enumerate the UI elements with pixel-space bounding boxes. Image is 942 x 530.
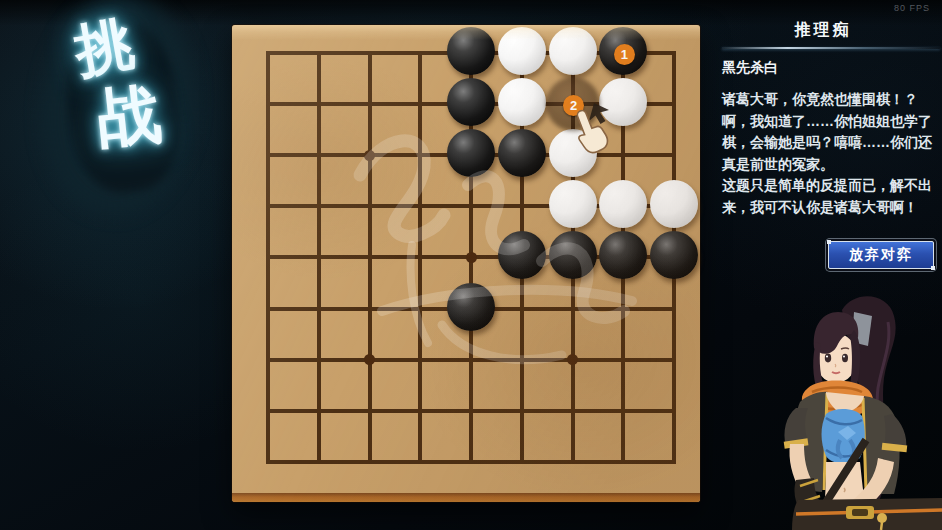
companion-character-portrait bbox=[742, 292, 942, 530]
cursor-arrow bbox=[589, 103, 609, 124]
board-grid: 12 bbox=[232, 25, 700, 502]
go-board[interactable]: 12 bbox=[232, 25, 700, 502]
black-stone bbox=[498, 231, 546, 279]
dialogue-line: 来，我可不认你是诸葛大哥啊！ bbox=[722, 197, 940, 219]
black-stone bbox=[549, 231, 597, 279]
black-stone bbox=[447, 27, 495, 75]
move-number-badge: 1 bbox=[614, 44, 635, 65]
grid-line-h bbox=[266, 460, 676, 464]
black-stone bbox=[447, 283, 495, 331]
give-up-game-button[interactable]: 放弃对弈 bbox=[828, 241, 934, 269]
white-stone bbox=[549, 27, 597, 75]
dialogue-text: 诸葛大哥，你竟然也懂围棋！？ 啊，我知道了……你怕姐姐也学了 棋，会输她是吗？嘻… bbox=[722, 89, 940, 218]
puzzle-panel: 推理痴 黑先杀白 诸葛大哥，你竟然也懂围棋！？ 啊，我知道了……你怕姐姐也学了 … bbox=[722, 20, 940, 282]
dialogue-line: 啊，我知道了……你怕姐姐也学了 bbox=[722, 111, 940, 133]
star-point bbox=[567, 354, 578, 365]
tap-hand-cursor bbox=[570, 102, 616, 158]
black-stone bbox=[498, 129, 546, 177]
puzzle-objective: 黑先杀白 bbox=[722, 59, 940, 77]
white-stone bbox=[549, 180, 597, 228]
grid-line-h bbox=[266, 409, 676, 413]
black-stone bbox=[650, 231, 698, 279]
black-stone bbox=[599, 231, 647, 279]
black-stone bbox=[447, 78, 495, 126]
board-bevel-edge bbox=[232, 493, 700, 502]
fps-counter: 80 FPS bbox=[894, 3, 930, 13]
dialogue-line: 这题只是简单的反提而已，解不出 bbox=[722, 175, 940, 197]
star-point bbox=[364, 150, 375, 161]
give-up-label: 放弃对弈 bbox=[849, 246, 913, 262]
white-stone bbox=[599, 180, 647, 228]
white-stone bbox=[650, 180, 698, 228]
dialogue-line: 真是前世的冤家。 bbox=[722, 154, 940, 176]
white-stone bbox=[498, 78, 546, 126]
game-screen: 80 FPS 挑 战 12 bbox=[0, 0, 942, 530]
challenge-char-2: 战 bbox=[94, 81, 164, 151]
dialogue-line: 棋，会输她是吗？嘻嘻……你们还 bbox=[722, 132, 940, 154]
challenge-char-1: 挑 bbox=[70, 13, 137, 80]
title-divider bbox=[722, 47, 940, 49]
star-point bbox=[466, 252, 477, 263]
star-point bbox=[364, 354, 375, 365]
challenge-banner: 挑 战 bbox=[25, 0, 220, 235]
black-stone bbox=[447, 129, 495, 177]
grid-line-h bbox=[266, 358, 676, 362]
puzzle-title: 推理痴 bbox=[722, 20, 940, 41]
dialogue-line: 诸葛大哥，你竟然也懂围棋！？ bbox=[722, 89, 940, 111]
white-stone bbox=[498, 27, 546, 75]
